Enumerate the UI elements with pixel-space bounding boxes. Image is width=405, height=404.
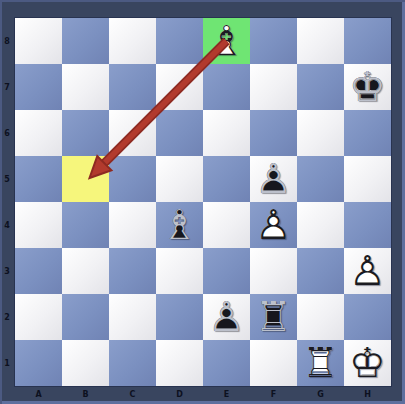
square-a2[interactable] <box>15 294 62 340</box>
square-e8[interactable]: ♝♗ <box>203 18 250 64</box>
square-c1[interactable] <box>109 340 156 386</box>
square-f1[interactable] <box>250 340 297 386</box>
square-f6[interactable] <box>250 110 297 156</box>
square-b7[interactable] <box>62 64 109 110</box>
square-a1[interactable] <box>15 340 62 386</box>
square-f8[interactable] <box>250 18 297 64</box>
square-c2[interactable] <box>109 294 156 340</box>
square-d5[interactable] <box>156 156 203 202</box>
square-e7[interactable] <box>203 64 250 110</box>
square-d6[interactable] <box>156 110 203 156</box>
square-f5[interactable]: ♟♙ <box>250 156 297 202</box>
chess-board-frame: ♝♗♚♔♟♙♝♗♟♙♟♙♟♙♜♖♜♖♚♔ 87654321 ABCDEFGH <box>0 0 405 404</box>
square-b4[interactable] <box>62 202 109 248</box>
file-label-b: B <box>62 386 109 402</box>
square-a8[interactable] <box>15 18 62 64</box>
rank-label-7: 7 <box>0 64 14 110</box>
square-h6[interactable] <box>344 110 391 156</box>
square-g6[interactable] <box>297 110 344 156</box>
rank-label-5: 5 <box>0 156 14 202</box>
square-f3[interactable] <box>250 248 297 294</box>
square-e2[interactable]: ♟♙ <box>203 294 250 340</box>
rank-label-1: 1 <box>0 340 14 386</box>
square-d1[interactable] <box>156 340 203 386</box>
rank-label-3: 3 <box>0 248 14 294</box>
square-b6[interactable] <box>62 110 109 156</box>
square-c4[interactable] <box>109 202 156 248</box>
black-king[interactable]: ♚ <box>344 64 391 110</box>
square-c7[interactable] <box>109 64 156 110</box>
black-pawn-outline: ♙ <box>203 294 250 340</box>
square-a4[interactable] <box>15 202 62 248</box>
black-pawn[interactable]: ♟ <box>203 294 250 340</box>
square-a3[interactable] <box>15 248 62 294</box>
square-a7[interactable] <box>15 64 62 110</box>
square-h1[interactable]: ♚♔ <box>344 340 391 386</box>
black-rook-outline: ♖ <box>250 294 297 340</box>
square-d4[interactable]: ♝♗ <box>156 202 203 248</box>
white-rook-outline: ♖ <box>297 340 344 386</box>
white-rook[interactable]: ♜ <box>297 340 344 386</box>
white-pawn-outline: ♙ <box>250 202 297 248</box>
square-b2[interactable] <box>62 294 109 340</box>
square-a5[interactable] <box>15 156 62 202</box>
square-b8[interactable] <box>62 18 109 64</box>
square-f7[interactable] <box>250 64 297 110</box>
square-d3[interactable] <box>156 248 203 294</box>
white-king-outline: ♔ <box>344 340 391 386</box>
black-king-outline: ♔ <box>344 64 391 110</box>
square-c3[interactable] <box>109 248 156 294</box>
file-label-c: C <box>109 386 156 402</box>
white-pawn[interactable]: ♟ <box>250 202 297 248</box>
white-bishop-outline: ♗ <box>203 18 250 64</box>
rank-label-4: 4 <box>0 202 14 248</box>
file-label-h: H <box>344 386 391 402</box>
rank-label-8: 8 <box>0 18 14 64</box>
square-c5[interactable] <box>109 156 156 202</box>
square-g1[interactable]: ♜♖ <box>297 340 344 386</box>
square-g8[interactable] <box>297 18 344 64</box>
square-b5[interactable] <box>62 156 109 202</box>
square-e4[interactable] <box>203 202 250 248</box>
square-d2[interactable] <box>156 294 203 340</box>
rank-label-2: 2 <box>0 294 14 340</box>
file-label-a: A <box>15 386 62 402</box>
rank-label-6: 6 <box>0 110 14 156</box>
square-g7[interactable] <box>297 64 344 110</box>
file-label-g: G <box>297 386 344 402</box>
chess-board: ♝♗♚♔♟♙♝♗♟♙♟♙♟♙♜♖♜♖♚♔ <box>15 18 391 386</box>
square-e6[interactable] <box>203 110 250 156</box>
square-h2[interactable] <box>344 294 391 340</box>
square-b1[interactable] <box>62 340 109 386</box>
square-d8[interactable] <box>156 18 203 64</box>
square-g5[interactable] <box>297 156 344 202</box>
black-pawn-outline: ♙ <box>250 156 297 202</box>
white-bishop[interactable]: ♝ <box>203 18 250 64</box>
black-rook[interactable]: ♜ <box>250 294 297 340</box>
file-label-e: E <box>203 386 250 402</box>
square-a6[interactable] <box>15 110 62 156</box>
file-label-d: D <box>156 386 203 402</box>
white-pawn[interactable]: ♟ <box>344 248 391 294</box>
black-bishop[interactable]: ♝ <box>156 202 203 248</box>
square-f4[interactable]: ♟♙ <box>250 202 297 248</box>
square-h4[interactable] <box>344 202 391 248</box>
square-e1[interactable] <box>203 340 250 386</box>
square-f2[interactable]: ♜♖ <box>250 294 297 340</box>
square-c8[interactable] <box>109 18 156 64</box>
square-e3[interactable] <box>203 248 250 294</box>
square-d7[interactable] <box>156 64 203 110</box>
square-g2[interactable] <box>297 294 344 340</box>
square-b3[interactable] <box>62 248 109 294</box>
square-e5[interactable] <box>203 156 250 202</box>
file-label-f: F <box>250 386 297 402</box>
square-c6[interactable] <box>109 110 156 156</box>
square-h7[interactable]: ♚♔ <box>344 64 391 110</box>
black-pawn[interactable]: ♟ <box>250 156 297 202</box>
square-h8[interactable] <box>344 18 391 64</box>
square-g3[interactable] <box>297 248 344 294</box>
square-g4[interactable] <box>297 202 344 248</box>
white-king[interactable]: ♚ <box>344 340 391 386</box>
white-pawn-outline: ♙ <box>344 248 391 294</box>
square-h3[interactable]: ♟♙ <box>344 248 391 294</box>
square-h5[interactable] <box>344 156 391 202</box>
black-bishop-outline: ♗ <box>156 202 203 248</box>
